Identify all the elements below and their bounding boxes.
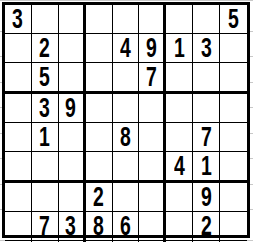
spreadsheet-gridline-stub [250,56,253,57]
sudoku-board: 3524913573918741297386283 [2,2,250,238]
spreadsheet-gridline-stub [250,133,253,134]
cell-r5c1[interactable] [5,123,32,152]
given-digit: 4 [120,34,131,62]
cell-r4c6[interactable] [139,94,166,123]
cell-r4c1[interactable] [5,94,32,123]
cell-r4c7[interactable] [166,94,193,123]
cell-r6c8[interactable]: 1 [193,152,220,183]
cell-r8c4[interactable]: 8 [86,212,113,241]
cell-r6c2[interactable] [32,152,59,183]
spreadsheet-gridline-stub [0,107,2,108]
cell-r2c1[interactable] [5,34,32,63]
cell-r3c1[interactable] [5,63,32,94]
given-digit: 9 [201,183,212,211]
cell-r2c5[interactable]: 4 [113,34,140,63]
given-digit: 2 [93,183,104,211]
cell-r4c4[interactable] [86,94,113,123]
sudoku-screenshot: 3524913573918741297386283 [0,0,253,242]
cell-r5c2[interactable]: 1 [32,123,59,152]
given-digit: 7 [201,123,212,151]
cell-r2c3[interactable] [59,34,86,63]
spreadsheet-gridline-stub [0,31,2,32]
cell-r3c5[interactable] [113,63,140,94]
spreadsheet-gridline-stub [250,209,253,210]
cell-r5c7[interactable] [166,123,193,152]
cell-r4c8[interactable] [193,94,220,123]
cell-r5c6[interactable] [139,123,166,152]
cell-r5c9[interactable] [220,123,247,152]
given-digit: 3 [39,94,50,122]
cell-r3c3[interactable] [59,63,86,94]
cell-r6c5[interactable] [113,152,140,183]
cell-r2c2[interactable]: 2 [32,34,59,63]
cell-r1c8[interactable] [193,5,220,34]
spreadsheet-gridline-stub [0,56,2,57]
cell-r8c7[interactable] [166,212,193,241]
cell-r5c5[interactable]: 8 [113,123,140,152]
cell-r1c7[interactable] [166,5,193,34]
cell-r4c9[interactable] [220,94,247,123]
given-digit: 3 [65,212,76,240]
given-digit: 5 [39,63,50,91]
cell-r5c8[interactable]: 7 [193,123,220,152]
given-digit: 1 [174,34,185,62]
given-digit: 8 [93,212,104,240]
given-digit: 8 [120,123,131,151]
cell-r7c7[interactable] [166,183,193,212]
cell-r7c4[interactable]: 2 [86,183,113,212]
given-digit: 1 [39,123,50,151]
spreadsheet-gridline-stub [0,209,2,210]
cell-r2c9[interactable] [220,34,247,63]
cell-r3c4[interactable] [86,63,113,94]
cell-r8c9[interactable] [220,212,247,241]
cell-r2c4[interactable] [86,34,113,63]
cell-r3c8[interactable] [193,63,220,94]
cell-r1c6[interactable] [139,5,166,34]
cell-r6c6[interactable] [139,152,166,183]
given-digit: 9 [146,34,157,62]
cell-r2c7[interactable]: 1 [166,34,193,63]
cell-r4c2[interactable]: 3 [32,94,59,123]
given-digit: 9 [65,94,76,122]
cell-r8c5[interactable]: 6 [113,212,140,241]
cell-r1c1[interactable]: 3 [5,5,32,34]
cell-r5c3[interactable] [59,123,86,152]
spreadsheet-gridline-stub [0,82,2,83]
cell-r7c9[interactable] [220,183,247,212]
cell-r2c6[interactable]: 9 [139,34,166,63]
spreadsheet-gridline-stub [250,82,253,83]
given-digit: 7 [39,212,50,240]
cell-r7c5[interactable] [113,183,140,212]
cell-r8c8[interactable]: 2 [193,212,220,241]
given-digit: 3 [201,34,212,62]
cell-r3c7[interactable] [166,63,193,94]
cell-r8c6[interactable] [139,212,166,241]
spreadsheet-gridline-stub [250,184,253,185]
cell-r6c4[interactable] [86,152,113,183]
cell-r1c5[interactable] [113,5,140,34]
cell-r6c9[interactable] [220,152,247,183]
cell-r1c9[interactable]: 5 [220,5,247,34]
cell-r8c1[interactable] [5,212,32,241]
cell-r6c7[interactable]: 4 [166,152,193,183]
cell-r1c4[interactable] [86,5,113,34]
cell-r6c3[interactable] [59,152,86,183]
spreadsheet-gridline-stub [0,133,2,134]
cell-r2c8[interactable]: 3 [193,34,220,63]
cell-r5c4[interactable] [86,123,113,152]
cell-r8c2[interactable]: 7 [32,212,59,241]
cell-r7c3[interactable] [59,183,86,212]
given-digit: 2 [39,34,50,62]
cell-r7c1[interactable] [5,183,32,212]
given-digit: 6 [120,212,131,240]
cell-r7c8[interactable]: 9 [193,183,220,212]
given-digit: 4 [174,152,185,180]
spreadsheet-gridline-stub [0,184,2,185]
given-digit: 1 [201,152,212,180]
spreadsheet-gridline-top [0,0,253,1]
spreadsheet-gridline-stub [0,158,2,159]
cell-r1c2[interactable] [32,5,59,34]
cell-r3c6[interactable]: 7 [139,63,166,94]
cell-r4c5[interactable] [113,94,140,123]
cell-r6c1[interactable] [5,152,32,183]
spreadsheet-gridline-stub [250,31,253,32]
cell-r8c3[interactable]: 3 [59,212,86,241]
cell-r3c9[interactable] [220,63,247,94]
cell-r4c3[interactable]: 9 [59,94,86,123]
cell-r1c3[interactable] [59,5,86,34]
spreadsheet-gridline-stub [250,158,253,159]
given-digit: 5 [228,5,239,33]
cell-r7c6[interactable] [139,183,166,212]
cell-r3c2[interactable]: 5 [32,63,59,94]
spreadsheet-gridline-stub [250,107,253,108]
cell-r7c2[interactable] [32,183,59,212]
given-digit: 7 [146,63,157,91]
given-digit: 3 [13,5,24,33]
given-digit: 2 [201,212,212,240]
